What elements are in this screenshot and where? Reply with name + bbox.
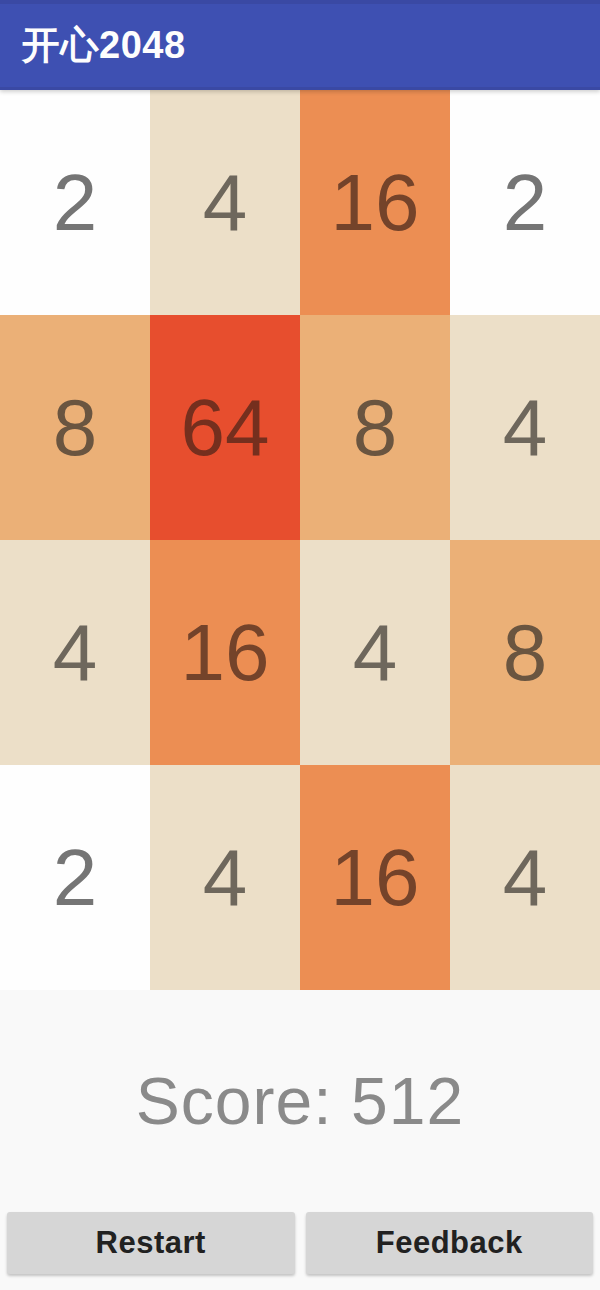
- app-window: 开心2048 24162864844164824164 Score: 512 R…: [0, 0, 600, 1290]
- score-display: Score: 512: [0, 990, 600, 1212]
- tile-r2c4: 4: [450, 315, 600, 540]
- app-bar: 开心2048: [0, 0, 600, 90]
- game-board[interactable]: 24162864844164824164: [0, 90, 600, 990]
- tile-r2c2: 64: [150, 315, 300, 540]
- bottom-panel: Score: 512 Restart Feedback: [0, 990, 600, 1290]
- tile-r1c1: 2: [0, 90, 150, 315]
- tile-r3c4: 8: [450, 540, 600, 765]
- tile-r2c1: 8: [0, 315, 150, 540]
- score-label: Score:: [136, 1063, 333, 1139]
- button-row: Restart Feedback: [0, 1212, 600, 1290]
- tile-r3c2: 16: [150, 540, 300, 765]
- tile-r3c3: 4: [300, 540, 450, 765]
- tile-r1c3: 16: [300, 90, 450, 315]
- app-title: 开心2048: [22, 20, 186, 71]
- tile-r4c4: 4: [450, 765, 600, 990]
- tile-r2c3: 8: [300, 315, 450, 540]
- tile-r1c2: 4: [150, 90, 300, 315]
- tile-r1c4: 2: [450, 90, 600, 315]
- tile-r4c3: 16: [300, 765, 450, 990]
- restart-button[interactable]: Restart: [7, 1212, 295, 1274]
- score-value: 512: [351, 1063, 464, 1139]
- feedback-button[interactable]: Feedback: [306, 1212, 594, 1274]
- tile-r3c1: 4: [0, 540, 150, 765]
- tile-r4c1: 2: [0, 765, 150, 990]
- tile-r4c2: 4: [150, 765, 300, 990]
